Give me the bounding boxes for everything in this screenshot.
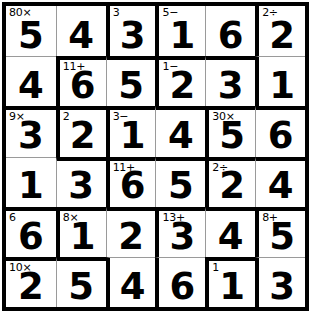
cell-value: 3 xyxy=(269,272,295,302)
cell-r5c1: 66 xyxy=(6,207,56,257)
cage-clue: 10× xyxy=(9,262,31,274)
cell-value: 4 xyxy=(218,222,244,252)
cell-value: 2 xyxy=(219,171,245,201)
cage-clue: 11+ xyxy=(63,61,85,73)
cell-value: 3 xyxy=(170,222,196,252)
cell-value: 5 xyxy=(68,272,94,302)
cell-r5c2: 8×1 xyxy=(56,207,106,257)
cage-clue: 13+ xyxy=(162,212,184,224)
cell-r4c4: 5 xyxy=(155,157,205,207)
cell-value: 6 xyxy=(268,121,294,151)
cell-value: 3 xyxy=(120,21,146,51)
cage-clue: 3 xyxy=(113,7,120,19)
cell-value: 6 xyxy=(218,21,244,51)
cell-value: 5 xyxy=(269,222,295,252)
cell-r4c1: 1 xyxy=(6,157,56,207)
cell-value: 2 xyxy=(70,121,96,151)
cage-clue: 8+ xyxy=(262,212,278,224)
cell-value: 3 xyxy=(18,121,44,151)
cell-value: 5 xyxy=(18,21,44,51)
cell-r5c4: 13+3 xyxy=(155,207,205,257)
cell-value: 3 xyxy=(218,71,244,101)
cage-clue: 8× xyxy=(63,212,79,224)
cell-value: 5 xyxy=(219,121,245,151)
cell-value: 1 xyxy=(269,71,295,101)
cage-clue: 2÷ xyxy=(262,7,278,19)
cage-clue: 6 xyxy=(9,212,16,224)
cell-r2c2: 11+6 xyxy=(56,56,106,106)
cell-r6c5: 11 xyxy=(205,257,255,307)
cell-value: 6 xyxy=(120,171,146,201)
cell-r2c4: 1−2 xyxy=(155,56,205,106)
kenken-board: 80×54335−162÷2411+651−2319×3223−1430×561… xyxy=(2,2,309,311)
cell-r1c6: 2÷2 xyxy=(255,6,305,56)
cell-r3c6: 6 xyxy=(255,106,305,156)
cell-value: 4 xyxy=(120,272,146,302)
cell-r3c5: 30×5 xyxy=(205,106,255,156)
cell-r6c3: 4 xyxy=(106,257,156,307)
cell-value: 6 xyxy=(170,272,196,302)
cell-value: 2 xyxy=(18,272,44,302)
cage-clue: 2 xyxy=(63,111,70,123)
cage-clue: 2÷ xyxy=(212,162,228,174)
cell-value: 6 xyxy=(18,222,44,252)
cell-r3c3: 3−1 xyxy=(106,106,156,156)
cell-value: 1 xyxy=(170,21,196,51)
cell-r3c4: 4 xyxy=(155,106,205,156)
cell-r6c6: 3 xyxy=(255,257,305,307)
cage-clue: 9× xyxy=(9,111,25,123)
cell-r4c6: 4 xyxy=(255,157,305,207)
cell-r1c5: 6 xyxy=(205,6,255,56)
cell-r5c3: 2 xyxy=(106,207,156,257)
cell-r6c1: 10×2 xyxy=(6,257,56,307)
cage-clue: 11+ xyxy=(113,162,135,174)
cell-r1c3: 33 xyxy=(106,6,156,56)
cell-r4c5: 2÷2 xyxy=(205,157,255,207)
cell-value: 4 xyxy=(18,71,44,101)
cell-value: 1 xyxy=(219,272,245,302)
cell-r4c3: 11+6 xyxy=(106,157,156,207)
cell-r6c4: 6 xyxy=(155,257,205,307)
cell-r1c4: 5−1 xyxy=(155,6,205,56)
cell-value: 4 xyxy=(168,121,194,151)
kenken-puzzle-image: 80×54335−162÷2411+651−2319×3223−1430×561… xyxy=(0,0,320,320)
cell-r4c2: 3 xyxy=(56,157,106,207)
cell-r2c6: 1 xyxy=(255,56,305,106)
cell-r3c2: 22 xyxy=(56,106,106,156)
cell-value: 2 xyxy=(269,21,295,51)
cell-r5c6: 8+5 xyxy=(255,207,305,257)
cell-value: 2 xyxy=(170,71,196,101)
cell-r2c5: 3 xyxy=(205,56,255,106)
cell-value: 3 xyxy=(68,171,94,201)
cell-r1c2: 4 xyxy=(56,6,106,56)
cell-value: 1 xyxy=(120,121,146,151)
cage-clue: 1 xyxy=(212,262,219,274)
cell-value: 1 xyxy=(18,171,44,201)
cage-clue: 1− xyxy=(162,61,178,73)
cell-r2c3: 5 xyxy=(106,56,156,106)
cage-clue: 3− xyxy=(113,111,129,123)
cell-value: 5 xyxy=(118,71,144,101)
cell-value: 2 xyxy=(118,222,144,252)
cell-r5c5: 4 xyxy=(205,207,255,257)
cage-clue: 80× xyxy=(9,7,31,19)
cell-r6c2: 5 xyxy=(56,257,106,307)
cage-clue: 5− xyxy=(162,7,178,19)
cell-value: 1 xyxy=(70,222,96,252)
cell-r1c1: 80×5 xyxy=(6,6,56,56)
cell-r2c1: 4 xyxy=(6,56,56,106)
cell-r3c1: 9×3 xyxy=(6,106,56,156)
cell-value: 4 xyxy=(268,171,294,201)
cell-value: 5 xyxy=(168,171,194,201)
cage-clue: 30× xyxy=(212,111,234,123)
cell-value: 6 xyxy=(70,71,96,101)
cell-value: 4 xyxy=(68,21,94,51)
